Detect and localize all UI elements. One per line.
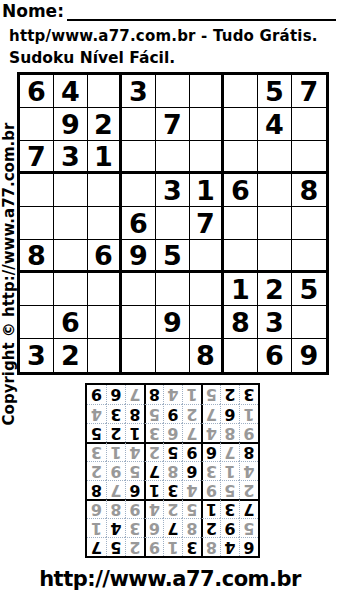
puzzle-cell[interactable] — [156, 75, 190, 108]
solution-cell: 6 — [182, 461, 201, 480]
puzzle-cell[interactable]: 3 — [122, 75, 156, 108]
puzzle-cell[interactable] — [292, 207, 326, 240]
solution-cell: 9 — [106, 461, 125, 480]
solution-cell: 2 — [201, 518, 220, 537]
solution-cell: 8 — [239, 442, 258, 461]
puzzle-cell[interactable] — [156, 141, 190, 174]
puzzle-cell[interactable]: 8 — [190, 339, 224, 372]
puzzle-cell[interactable]: 3 — [20, 339, 54, 372]
solution-cell: 5 — [125, 461, 144, 480]
puzzle-cell[interactable] — [292, 240, 326, 273]
solution-cell: 7 — [163, 518, 182, 537]
solution-cell: 8 — [106, 499, 125, 518]
puzzle-cell[interactable]: 5 — [258, 75, 292, 108]
solution-cell: 4 — [220, 537, 239, 556]
solution-cell: 7 — [106, 480, 125, 499]
puzzle-cell[interactable] — [88, 174, 122, 207]
page-title: Sudoku Nível Fácil. — [9, 49, 175, 67]
solution-cell: 3 — [125, 518, 144, 537]
puzzle-cell[interactable] — [122, 339, 156, 372]
solution-cell: 1 — [239, 404, 258, 423]
puzzle-cell[interactable]: 9 — [156, 306, 190, 339]
puzzle-cell[interactable] — [122, 306, 156, 339]
puzzle-cell[interactable]: 6 — [88, 240, 122, 273]
solution-cell: 3 — [220, 499, 239, 518]
solution-cell: 8 — [87, 480, 106, 499]
solution-cell: 4 — [144, 499, 163, 518]
name-blank-line[interactable] — [67, 2, 336, 21]
solution-cell: 7 — [201, 404, 220, 423]
footer-url: http://www.a77.com.br — [0, 567, 340, 591]
solution-cell: 3 — [201, 461, 220, 480]
puzzle-cell[interactable]: 6 — [20, 75, 54, 108]
name-row: Nome: — [2, 2, 336, 21]
puzzle-cell[interactable] — [122, 174, 156, 207]
solution-cell: 1 — [106, 442, 125, 461]
solution-cell: 7 — [87, 537, 106, 556]
puzzle-cell[interactable]: 3 — [258, 306, 292, 339]
solution-cell: 9 — [144, 537, 163, 556]
puzzle-cell[interactable] — [88, 273, 122, 306]
puzzle-cell[interactable]: 8 — [224, 306, 258, 339]
solution-cell: 6 — [125, 480, 144, 499]
solution-cell: 2 — [87, 461, 106, 480]
puzzle-cell[interactable]: 6 — [224, 174, 258, 207]
puzzle-cell[interactable]: 1 — [224, 273, 258, 306]
solution-cell: 1 — [220, 461, 239, 480]
solution-cell: 7 — [182, 423, 201, 442]
solution-cell: 4 — [87, 404, 106, 423]
solution-cell: 1 — [201, 499, 220, 518]
solution-cell: 8 — [125, 404, 144, 423]
solution-cell: 5 — [163, 442, 182, 461]
puzzle-cell[interactable] — [54, 240, 88, 273]
solution-cell: 5 — [239, 518, 258, 537]
solution-cell: 1 — [144, 480, 163, 499]
solution-cell: 1 — [125, 423, 144, 442]
puzzle-cell[interactable] — [122, 108, 156, 141]
solution-cell: 1 — [182, 385, 201, 404]
solution-cell: 6 — [163, 423, 182, 442]
puzzle-cell[interactable] — [258, 207, 292, 240]
solution-cell: 5 — [144, 404, 163, 423]
solution-cell: 2 — [106, 423, 125, 442]
solution-cell: 2 — [144, 442, 163, 461]
puzzle-cell[interactable] — [88, 207, 122, 240]
solution-cell: 7 — [144, 461, 163, 480]
sudoku-puzzle-board: 6435792747313168678695125698332869 — [17, 72, 329, 375]
puzzle-cell[interactable] — [20, 273, 54, 306]
puzzle-cell[interactable] — [190, 141, 224, 174]
solution-cell: 2 — [182, 404, 201, 423]
puzzle-cell[interactable] — [156, 207, 190, 240]
solution-cell: 8 — [220, 423, 239, 442]
puzzle-cell[interactable] — [258, 174, 292, 207]
sudoku-worksheet-page: Nome: http/www.a77.com.br - Tudo Grátis.… — [0, 0, 340, 596]
solution-cell: 7 — [220, 442, 239, 461]
solution-cell: 5 — [106, 537, 125, 556]
site-tagline: http/www.a77.com.br - Tudo Grátis. — [9, 27, 318, 45]
solution-cell: 6 — [106, 385, 125, 404]
puzzle-cell[interactable] — [88, 339, 122, 372]
solution-cell: 3 — [144, 423, 163, 442]
solution-cell: 8 — [144, 385, 163, 404]
puzzle-cell[interactable] — [292, 306, 326, 339]
puzzle-cell[interactable] — [258, 240, 292, 273]
puzzle-cell[interactable]: 3 — [54, 141, 88, 174]
solution-cell: 6 — [87, 499, 106, 518]
solution-cell: 3 — [163, 480, 182, 499]
solution-cell: 3 — [106, 404, 125, 423]
solution-cell: 9 — [201, 480, 220, 499]
puzzle-cell[interactable]: 1 — [190, 174, 224, 207]
puzzle-cell[interactable]: 6 — [258, 339, 292, 372]
solution-cell: 1 — [87, 518, 106, 537]
solution-cell: 4 — [125, 442, 144, 461]
puzzle-cell[interactable]: 7 — [292, 75, 326, 108]
puzzle-cell[interactable]: 8 — [20, 240, 54, 273]
solution-cell: 8 — [163, 461, 182, 480]
solution-cell: 8 — [201, 537, 220, 556]
puzzle-cell[interactable]: 6 — [54, 306, 88, 339]
puzzle-cell[interactable] — [224, 339, 258, 372]
puzzle-cell[interactable] — [224, 207, 258, 240]
solution-cell: 9 — [220, 518, 239, 537]
puzzle-cell[interactable]: 8 — [292, 174, 326, 207]
puzzle-cell[interactable] — [190, 75, 224, 108]
solution-cell: 2 — [220, 385, 239, 404]
puzzle-cell[interactable]: 9 — [122, 240, 156, 273]
puzzle-cell[interactable] — [54, 207, 88, 240]
solution-cell: 9 — [125, 499, 144, 518]
puzzle-cell[interactable] — [20, 306, 54, 339]
solution-cell: 9 — [163, 404, 182, 423]
puzzle-cell[interactable]: 2 — [54, 339, 88, 372]
solution-cell: 1 — [163, 537, 182, 556]
solution-cell: 2 — [125, 537, 144, 556]
solution-cell: 4 — [201, 423, 220, 442]
solution-cell: 3 — [87, 442, 106, 461]
puzzle-cell[interactable] — [224, 75, 258, 108]
puzzle-cell[interactable]: 7 — [20, 141, 54, 174]
solution-cell: 6 — [239, 537, 258, 556]
solution-cell: 6 — [201, 442, 220, 461]
solution-cell: 9 — [239, 423, 258, 442]
puzzle-cell[interactable] — [190, 108, 224, 141]
solution-cell: 9 — [87, 385, 106, 404]
puzzle-cell[interactable]: 5 — [292, 273, 326, 306]
puzzle-cell[interactable] — [122, 273, 156, 306]
puzzle-cell[interactable] — [190, 240, 224, 273]
puzzle-cell[interactable] — [224, 108, 258, 141]
puzzle-cell[interactable] — [156, 273, 190, 306]
puzzle-cell[interactable] — [122, 141, 156, 174]
puzzle-cell[interactable] — [88, 75, 122, 108]
puzzle-cell[interactable]: 7 — [156, 108, 190, 141]
puzzle-cell[interactable] — [292, 108, 326, 141]
copyright-vertical-text: Copyright © http://www.a77.com.br — [0, 92, 20, 456]
puzzle-cell[interactable] — [190, 273, 224, 306]
solution-cell: 5 — [220, 480, 239, 499]
solution-cell: 7 — [239, 499, 258, 518]
solution-cell: 5 — [87, 423, 106, 442]
puzzle-cell[interactable] — [54, 273, 88, 306]
puzzle-cell[interactable]: 9 — [292, 339, 326, 372]
puzzle-cell[interactable] — [20, 207, 54, 240]
puzzle-cell[interactable]: 2 — [258, 273, 292, 306]
puzzle-cell[interactable]: 5 — [156, 240, 190, 273]
solution-cell: 3 — [239, 385, 258, 404]
name-label: Nome: — [2, 2, 64, 21]
solution-board-rotated: 6483192575928763417315249862594316784136… — [85, 383, 260, 558]
solution-cell: 4 — [182, 480, 201, 499]
puzzle-cell[interactable] — [54, 174, 88, 207]
solution-cell: 3 — [182, 537, 201, 556]
puzzle-cell[interactable] — [224, 240, 258, 273]
solution-cell: 8 — [182, 518, 201, 537]
solution-cell: 7 — [125, 385, 144, 404]
puzzle-cell[interactable] — [156, 339, 190, 372]
puzzle-cell[interactable]: 1 — [88, 141, 122, 174]
puzzle-cell[interactable]: 3 — [156, 174, 190, 207]
puzzle-cell[interactable]: 6 — [122, 207, 156, 240]
solution-cell: 9 — [182, 442, 201, 461]
puzzle-cell[interactable] — [20, 108, 54, 141]
puzzle-cell[interactable]: 4 — [258, 108, 292, 141]
solution-cell: 2 — [239, 480, 258, 499]
puzzle-cell[interactable] — [88, 306, 122, 339]
solution-cell: 2 — [163, 499, 182, 518]
solution-cell: 6 — [220, 404, 239, 423]
solution-cell: 4 — [106, 518, 125, 537]
puzzle-cell[interactable]: 7 — [190, 207, 224, 240]
solution-cell: 5 — [201, 385, 220, 404]
solution-cell: 4 — [163, 385, 182, 404]
solution-cell: 4 — [239, 461, 258, 480]
puzzle-cell[interactable]: 9 — [54, 108, 88, 141]
puzzle-cell[interactable]: 2 — [88, 108, 122, 141]
puzzle-cell[interactable] — [258, 141, 292, 174]
solution-cell: 5 — [182, 499, 201, 518]
puzzle-cell[interactable] — [20, 174, 54, 207]
solution-cell: 6 — [144, 518, 163, 537]
puzzle-cell[interactable] — [224, 141, 258, 174]
puzzle-cell[interactable] — [292, 141, 326, 174]
puzzle-cell[interactable]: 4 — [54, 75, 88, 108]
puzzle-cell[interactable] — [190, 306, 224, 339]
